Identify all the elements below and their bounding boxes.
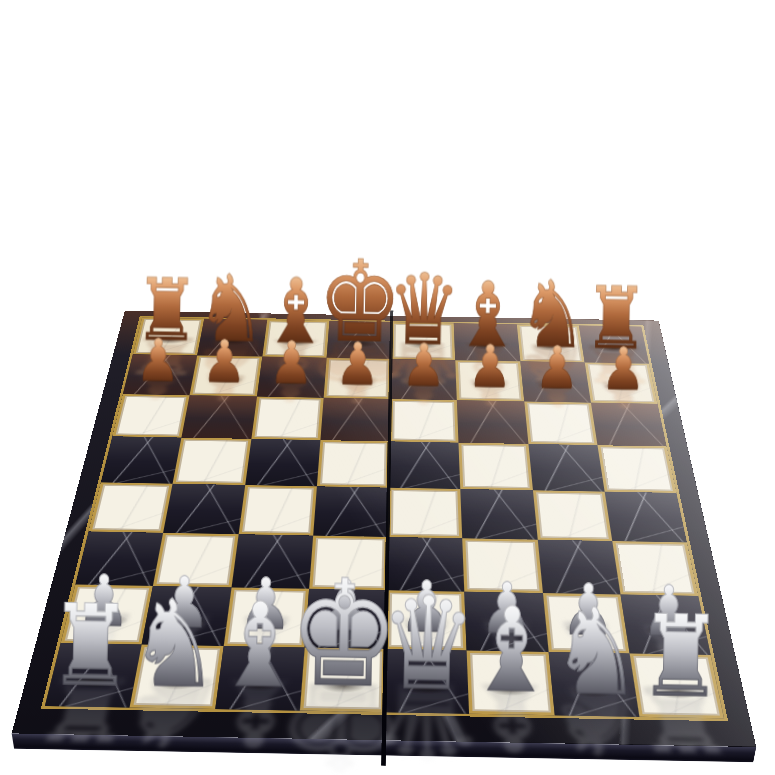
piece-shadow bbox=[207, 335, 256, 347]
square-a4 bbox=[89, 482, 173, 533]
square-g4 bbox=[532, 490, 612, 541]
square-c7: ♟♟ bbox=[257, 357, 327, 398]
piece-shadow bbox=[596, 380, 647, 393]
square-h6 bbox=[591, 403, 667, 447]
square-c8: ♝♝ bbox=[262, 320, 329, 358]
piece-shadow bbox=[316, 615, 376, 634]
piece-shadow bbox=[476, 618, 536, 637]
square-d4 bbox=[313, 486, 389, 537]
square-f8: ♝♝ bbox=[454, 323, 520, 361]
chess-board: ♜♜♞♞♝♝♚♚♛♛♝♝♞♞♜♜♟♟♟♟♟♟♟♟♟♟♟♟♟♟♟♟♟♟♟♟♟♟♟♟… bbox=[12, 311, 757, 747]
square-g3 bbox=[537, 540, 620, 595]
square-h2: ♟♟ bbox=[620, 595, 710, 655]
piece-shadow bbox=[236, 614, 297, 633]
square-b5 bbox=[173, 438, 251, 485]
square-g2: ♟♟ bbox=[542, 593, 629, 653]
square-e3 bbox=[387, 537, 465, 592]
piece-shadow bbox=[399, 339, 446, 351]
square-e5 bbox=[389, 441, 461, 488]
square-b2: ♟♟ bbox=[142, 586, 231, 646]
square-g6 bbox=[524, 401, 597, 445]
square-b8: ♞♞ bbox=[197, 319, 266, 357]
square-f7: ♟♟ bbox=[455, 360, 523, 401]
square-c3 bbox=[231, 534, 313, 589]
piece-shadow bbox=[530, 379, 580, 392]
piece-shadow bbox=[144, 672, 209, 692]
scene: ♜♜♞♞♝♝♚♚♛♛♝♝♞♞♜♜♟♟♟♟♟♟♟♟♟♟♟♟♟♟♟♟♟♟♟♟♟♟♟♟… bbox=[0, 0, 775, 775]
piece-shadow bbox=[335, 337, 383, 349]
square-b3 bbox=[153, 533, 238, 588]
piece-shadow bbox=[463, 340, 511, 352]
square-d7: ♟♟ bbox=[323, 358, 391, 399]
square-f5 bbox=[459, 443, 533, 490]
piece-shadow bbox=[312, 675, 375, 695]
square-d1: ♚♚ bbox=[300, 647, 386, 712]
square-b7: ♟♟ bbox=[190, 356, 262, 397]
board-frame: ♜♜♞♞♝♝♚♚♛♛♝♝♞♞♜♜♟♟♟♟♟♟♟♟♟♟♟♟♟♟♟♟♟♟♟♟♟♟♟♟… bbox=[12, 311, 757, 747]
piece-shadow bbox=[271, 336, 319, 348]
piece-shadow bbox=[333, 376, 382, 389]
piece-shadow bbox=[228, 674, 292, 694]
piece-shadow bbox=[60, 671, 126, 691]
square-e4 bbox=[388, 487, 463, 538]
square-e8: ♛♛ bbox=[391, 322, 456, 360]
square-d2: ♟♟ bbox=[304, 589, 386, 649]
square-f4 bbox=[461, 489, 538, 540]
square-g1: ♞♞ bbox=[548, 652, 639, 717]
piece-shadow bbox=[396, 616, 455, 635]
product-photo: ♜♜♞♞♝♝♚♚♛♛♝♝♞♞♜♜♟♟♟♟♟♟♟♟♟♟♟♟♟♟♟♟♟♟♟♟♟♟♟♟… bbox=[0, 0, 775, 775]
piece-shadow bbox=[526, 341, 575, 353]
square-f1: ♝♝ bbox=[467, 650, 554, 715]
piece-shadow bbox=[465, 378, 515, 391]
square-e7: ♟♟ bbox=[390, 359, 457, 400]
piece-shadow bbox=[267, 374, 317, 387]
square-f6 bbox=[457, 400, 528, 444]
piece-shadow bbox=[555, 619, 616, 638]
square-a5 bbox=[101, 436, 182, 483]
camera-tilt: ♜♜♞♞♝♝♚♚♛♛♝♝♞♞♜♜♟♟♟♟♟♟♟♟♟♟♟♟♟♟♟♟♟♟♟♟♟♟♟♟… bbox=[0, 0, 775, 775]
square-g7: ♟♟ bbox=[520, 362, 591, 403]
square-e6 bbox=[389, 399, 458, 443]
piece-shadow bbox=[396, 677, 458, 697]
piece-shadow bbox=[479, 679, 542, 699]
square-c1: ♝♝ bbox=[215, 646, 305, 711]
square-g5 bbox=[528, 444, 604, 491]
square-g8: ♞♞ bbox=[516, 324, 584, 362]
square-h7: ♟♟ bbox=[585, 363, 658, 404]
piece-shadow bbox=[645, 682, 710, 702]
piece-shadow bbox=[143, 334, 193, 346]
square-a3 bbox=[75, 531, 163, 586]
piece-shadow bbox=[399, 377, 448, 390]
square-h3 bbox=[612, 541, 698, 596]
square-e1: ♛♛ bbox=[384, 649, 469, 714]
square-h5 bbox=[597, 445, 676, 492]
square-b6 bbox=[182, 395, 257, 439]
square-c6 bbox=[251, 396, 324, 440]
square-a8: ♜♜ bbox=[133, 318, 205, 356]
piece-shadow bbox=[635, 621, 697, 640]
square-h4 bbox=[604, 491, 686, 542]
square-h1: ♜♜ bbox=[629, 653, 724, 718]
square-f3 bbox=[462, 538, 542, 593]
square-e2: ♟♟ bbox=[386, 590, 467, 650]
square-d3 bbox=[309, 535, 388, 590]
piece-shadow bbox=[155, 612, 217, 631]
piece-shadow bbox=[562, 680, 626, 700]
square-d5 bbox=[317, 440, 390, 487]
square-a2: ♟♟ bbox=[61, 585, 153, 644]
square-a7: ♟♟ bbox=[123, 354, 197, 395]
square-d8: ♚♚ bbox=[326, 321, 391, 359]
square-c2: ♟♟ bbox=[223, 588, 309, 648]
square-a6 bbox=[112, 394, 189, 438]
square-d6 bbox=[320, 398, 390, 442]
square-c4 bbox=[238, 485, 317, 536]
square-b1: ♞♞ bbox=[130, 644, 223, 709]
square-a1: ♜♜ bbox=[45, 643, 142, 708]
piece-shadow bbox=[134, 372, 185, 385]
piece-shadow bbox=[200, 373, 251, 386]
square-f2: ♟♟ bbox=[465, 592, 549, 652]
piece-shadow bbox=[590, 342, 639, 354]
piece-shadow bbox=[75, 611, 138, 630]
square-h8: ♜♜ bbox=[579, 326, 649, 364]
square-b4 bbox=[163, 483, 244, 534]
square-c5 bbox=[245, 439, 320, 486]
